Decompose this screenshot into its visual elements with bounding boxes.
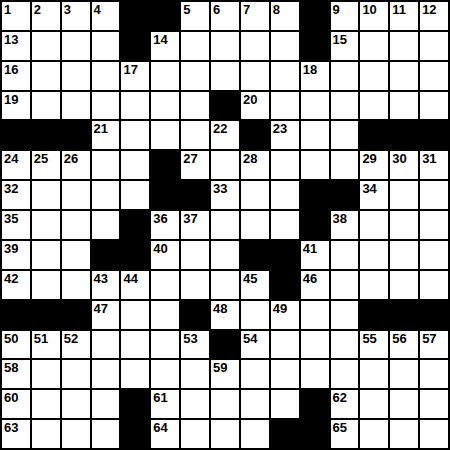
clue-number: 12 xyxy=(422,2,436,17)
cell-r2c13[interactable] xyxy=(390,62,418,90)
cell-r11c10[interactable] xyxy=(301,331,329,359)
cell-r3c14[interactable] xyxy=(420,92,448,120)
cell-r11c0[interactable]: 50 xyxy=(2,331,30,359)
cell-r0c7[interactable]: 6 xyxy=(211,2,239,30)
cell-r7c11[interactable]: 38 xyxy=(331,211,359,239)
block-cell-r8c4 xyxy=(121,241,149,269)
cell-r3c6[interactable] xyxy=(181,92,209,120)
cell-r3c3[interactable] xyxy=(92,92,120,120)
clue-number: 50 xyxy=(4,331,18,346)
cell-r8c2[interactable] xyxy=(62,241,90,269)
cell-r5c3[interactable] xyxy=(92,151,120,179)
block-cell-r8c3 xyxy=(92,241,120,269)
cell-r6c2[interactable] xyxy=(62,181,90,209)
clue-number: 57 xyxy=(422,331,436,346)
clue-number: 21 xyxy=(94,121,108,136)
block-cell-r4c12 xyxy=(360,121,388,149)
cell-r0c9[interactable]: 8 xyxy=(271,2,299,30)
cell-r9c10[interactable]: 46 xyxy=(301,271,329,299)
cell-r9c8[interactable]: 45 xyxy=(241,271,269,299)
cell-r6c0[interactable]: 32 xyxy=(2,181,30,209)
cell-r2c7[interactable] xyxy=(211,62,239,90)
cell-r5c9[interactable] xyxy=(271,151,299,179)
clue-number: 20 xyxy=(243,92,257,107)
cell-r0c1[interactable]: 2 xyxy=(32,2,60,30)
cell-r14c5[interactable]: 64 xyxy=(151,420,179,448)
cell-r5c6[interactable]: 27 xyxy=(181,151,209,179)
cell-r14c7[interactable] xyxy=(211,420,239,448)
cell-r12c1[interactable] xyxy=(32,360,60,388)
cell-r14c6[interactable] xyxy=(181,420,209,448)
cell-r13c9[interactable] xyxy=(271,390,299,418)
cell-r1c3[interactable] xyxy=(92,32,120,60)
cell-r1c5[interactable]: 14 xyxy=(151,32,179,60)
cell-r0c14[interactable]: 12 xyxy=(420,2,448,30)
block-cell-r6c6 xyxy=(181,181,209,209)
cell-r11c14[interactable]: 57 xyxy=(420,331,448,359)
cell-r7c7[interactable] xyxy=(211,211,239,239)
cell-r2c12[interactable] xyxy=(360,62,388,90)
clue-number: 22 xyxy=(213,121,227,136)
cell-r2c11[interactable] xyxy=(331,62,359,90)
cell-r9c2[interactable] xyxy=(62,271,90,299)
cell-r6c3[interactable] xyxy=(92,181,120,209)
block-cell-r0c5 xyxy=(151,2,179,30)
cell-r6c9[interactable] xyxy=(271,181,299,209)
block-cell-r6c11 xyxy=(331,181,359,209)
clue-number: 35 xyxy=(4,211,18,226)
cell-r8c10[interactable]: 41 xyxy=(301,241,329,269)
cell-r12c4[interactable] xyxy=(121,360,149,388)
clue-number: 54 xyxy=(243,331,257,346)
cell-r14c2[interactable] xyxy=(62,420,90,448)
cell-r11c9[interactable] xyxy=(271,331,299,359)
clue-number: 51 xyxy=(34,331,48,346)
clue-number: 47 xyxy=(94,301,108,316)
cell-r7c1[interactable] xyxy=(32,211,60,239)
cell-r13c12[interactable] xyxy=(360,390,388,418)
cell-r1c7[interactable] xyxy=(211,32,239,60)
cell-r13c7[interactable] xyxy=(211,390,239,418)
clue-number: 8 xyxy=(273,2,280,17)
cell-r0c13[interactable]: 11 xyxy=(390,2,418,30)
clue-number: 65 xyxy=(333,420,347,435)
clue-number: 33 xyxy=(213,181,227,196)
cell-r10c5[interactable] xyxy=(151,301,179,329)
clue-number: 9 xyxy=(333,2,340,17)
cell-r13c2[interactable] xyxy=(62,390,90,418)
cell-r2c14[interactable] xyxy=(420,62,448,90)
block-cell-r6c10 xyxy=(301,181,329,209)
cell-r5c14[interactable]: 31 xyxy=(420,151,448,179)
cell-r12c14[interactable] xyxy=(420,360,448,388)
clue-number: 38 xyxy=(333,211,347,226)
clue-number: 6 xyxy=(213,2,220,17)
cell-r0c11[interactable]: 9 xyxy=(331,2,359,30)
block-cell-r8c9 xyxy=(271,241,299,269)
cell-r5c10[interactable] xyxy=(301,151,329,179)
clue-number: 48 xyxy=(213,301,227,316)
cell-r11c1[interactable]: 51 xyxy=(32,331,60,359)
clue-number: 27 xyxy=(183,151,197,166)
block-cell-r4c1 xyxy=(32,121,60,149)
clue-number: 7 xyxy=(243,2,250,17)
block-cell-r7c4 xyxy=(121,211,149,239)
cell-r8c7[interactable] xyxy=(211,241,239,269)
cell-r0c12[interactable]: 10 xyxy=(360,2,388,30)
cell-r3c8[interactable]: 20 xyxy=(241,92,269,120)
block-cell-r10c1 xyxy=(32,301,60,329)
clue-number: 2 xyxy=(34,2,41,17)
block-cell-r1c10 xyxy=(301,32,329,60)
cell-r12c12[interactable] xyxy=(360,360,388,388)
cell-r12c7[interactable]: 59 xyxy=(211,360,239,388)
cell-r1c2[interactable] xyxy=(62,32,90,60)
cell-r11c12[interactable]: 55 xyxy=(360,331,388,359)
cell-r2c9[interactable] xyxy=(271,62,299,90)
cell-r8c1[interactable] xyxy=(32,241,60,269)
cell-r3c9[interactable] xyxy=(271,92,299,120)
cell-r1c8[interactable] xyxy=(241,32,269,60)
block-cell-r11c7 xyxy=(211,331,239,359)
cell-r2c4[interactable]: 17 xyxy=(121,62,149,90)
block-cell-r14c9 xyxy=(271,420,299,448)
cell-r9c6[interactable] xyxy=(181,271,209,299)
clue-number: 13 xyxy=(4,32,18,47)
cell-r14c11[interactable]: 65 xyxy=(331,420,359,448)
cell-r0c0[interactable]: 1 xyxy=(2,2,30,30)
cell-r14c8[interactable] xyxy=(241,420,269,448)
cell-r12c2[interactable] xyxy=(62,360,90,388)
cell-r12c11[interactable] xyxy=(331,360,359,388)
cell-r14c12[interactable] xyxy=(360,420,388,448)
cell-r5c13[interactable]: 30 xyxy=(390,151,418,179)
cell-r8c0[interactable]: 39 xyxy=(2,241,30,269)
block-cell-r13c4 xyxy=(121,390,149,418)
cell-r4c4[interactable] xyxy=(121,121,149,149)
cell-r8c14[interactable] xyxy=(420,241,448,269)
block-cell-r10c13 xyxy=(390,301,418,329)
clue-number: 63 xyxy=(4,420,18,435)
cell-r10c9[interactable]: 49 xyxy=(271,301,299,329)
clue-number: 26 xyxy=(64,151,78,166)
cell-r1c14[interactable] xyxy=(420,32,448,60)
block-cell-r4c0 xyxy=(2,121,30,149)
cell-r7c3[interactable] xyxy=(92,211,120,239)
cell-r1c1[interactable] xyxy=(32,32,60,60)
cell-r4c5[interactable] xyxy=(151,121,179,149)
cell-r3c10[interactable] xyxy=(301,92,329,120)
clue-number: 52 xyxy=(64,331,78,346)
cell-r11c8[interactable]: 54 xyxy=(241,331,269,359)
block-cell-r0c10 xyxy=(301,2,329,30)
clue-number: 30 xyxy=(392,151,406,166)
cell-r9c1[interactable] xyxy=(32,271,60,299)
cell-r1c11[interactable]: 15 xyxy=(331,32,359,60)
cell-r10c3[interactable]: 47 xyxy=(92,301,120,329)
cell-r2c8[interactable] xyxy=(241,62,269,90)
clue-number: 36 xyxy=(153,211,167,226)
clue-number: 43 xyxy=(94,271,108,286)
block-cell-r5c5 xyxy=(151,151,179,179)
cell-r4c10[interactable] xyxy=(301,121,329,149)
cell-r3c1[interactable] xyxy=(32,92,60,120)
cell-r0c8[interactable]: 7 xyxy=(241,2,269,30)
cell-r13c14[interactable] xyxy=(420,390,448,418)
clue-number: 42 xyxy=(4,271,18,286)
clue-number: 15 xyxy=(333,32,347,47)
cell-r9c3[interactable]: 43 xyxy=(92,271,120,299)
cell-r5c2[interactable]: 26 xyxy=(62,151,90,179)
cell-r4c3[interactable]: 21 xyxy=(92,121,120,149)
block-cell-r4c2 xyxy=(62,121,90,149)
cell-r13c11[interactable]: 62 xyxy=(331,390,359,418)
block-cell-r0c4 xyxy=(121,2,149,30)
clue-number: 53 xyxy=(183,331,197,346)
clue-number: 49 xyxy=(273,301,287,316)
clue-number: 14 xyxy=(153,32,167,47)
clue-number: 37 xyxy=(183,211,197,226)
block-cell-r14c10 xyxy=(301,420,329,448)
cell-r2c10[interactable]: 18 xyxy=(301,62,329,90)
cell-r4c7[interactable]: 22 xyxy=(211,121,239,149)
block-cell-r10c6 xyxy=(181,301,209,329)
cell-r10c11[interactable] xyxy=(331,301,359,329)
cell-r11c4[interactable] xyxy=(121,331,149,359)
cell-r12c13[interactable] xyxy=(390,360,418,388)
cell-r5c8[interactable]: 28 xyxy=(241,151,269,179)
cell-r12c3[interactable] xyxy=(92,360,120,388)
cell-r5c1[interactable]: 25 xyxy=(32,151,60,179)
block-cell-r3c7 xyxy=(211,92,239,120)
clue-number: 58 xyxy=(4,360,18,375)
cell-r9c13[interactable] xyxy=(390,271,418,299)
cell-r4c6[interactable] xyxy=(181,121,209,149)
cell-r7c5[interactable]: 36 xyxy=(151,211,179,239)
cell-r0c6[interactable]: 5 xyxy=(181,2,209,30)
clue-number: 28 xyxy=(243,151,257,166)
cell-r1c0[interactable]: 13 xyxy=(2,32,30,60)
cell-r10c4[interactable] xyxy=(121,301,149,329)
cell-r1c6[interactable] xyxy=(181,32,209,60)
cell-r14c1[interactable] xyxy=(32,420,60,448)
cell-r13c3[interactable] xyxy=(92,390,120,418)
cell-r12c6[interactable] xyxy=(181,360,209,388)
clue-number: 56 xyxy=(392,331,406,346)
cell-r7c2[interactable] xyxy=(62,211,90,239)
cell-r13c8[interactable] xyxy=(241,390,269,418)
cell-r2c0[interactable]: 16 xyxy=(2,62,30,90)
cell-r7c6[interactable]: 37 xyxy=(181,211,209,239)
cell-r3c13[interactable] xyxy=(390,92,418,120)
cell-r2c1[interactable] xyxy=(32,62,60,90)
clue-number: 64 xyxy=(153,420,167,435)
clue-number: 62 xyxy=(333,390,347,405)
cell-r3c11[interactable] xyxy=(331,92,359,120)
cell-r2c6[interactable] xyxy=(181,62,209,90)
cell-r8c5[interactable]: 40 xyxy=(151,241,179,269)
clue-number: 31 xyxy=(422,151,436,166)
cell-r11c6[interactable]: 53 xyxy=(181,331,209,359)
cell-r11c2[interactable]: 52 xyxy=(62,331,90,359)
cell-r10c7[interactable]: 48 xyxy=(211,301,239,329)
cell-r11c5[interactable] xyxy=(151,331,179,359)
cell-r5c0[interactable]: 24 xyxy=(2,151,30,179)
cell-r7c14[interactable] xyxy=(420,211,448,239)
cell-r3c4[interactable] xyxy=(121,92,149,120)
cell-r10c10[interactable] xyxy=(301,301,329,329)
cell-r5c12[interactable]: 29 xyxy=(360,151,388,179)
cell-r3c5[interactable] xyxy=(151,92,179,120)
cell-r3c0[interactable]: 19 xyxy=(2,92,30,120)
cell-r5c4[interactable] xyxy=(121,151,149,179)
block-cell-r10c14 xyxy=(420,301,448,329)
block-cell-r4c8 xyxy=(241,121,269,149)
cell-r0c2[interactable]: 3 xyxy=(62,2,90,30)
cell-r13c1[interactable] xyxy=(32,390,60,418)
clue-number: 59 xyxy=(213,360,227,375)
clue-number: 18 xyxy=(303,62,317,77)
clue-number: 17 xyxy=(123,62,137,77)
clue-number: 44 xyxy=(123,271,137,286)
cell-r6c13[interactable] xyxy=(390,181,418,209)
clue-number: 40 xyxy=(153,241,167,256)
clue-number: 32 xyxy=(4,181,18,196)
cell-r14c14[interactable] xyxy=(420,420,448,448)
cell-r9c12[interactable] xyxy=(360,271,388,299)
clue-number: 11 xyxy=(392,2,406,17)
cell-r3c2[interactable] xyxy=(62,92,90,120)
cell-r8c12[interactable] xyxy=(360,241,388,269)
cell-r11c13[interactable]: 56 xyxy=(390,331,418,359)
cell-r12c10[interactable] xyxy=(301,360,329,388)
cell-r5c7[interactable] xyxy=(211,151,239,179)
clue-number: 5 xyxy=(183,2,190,17)
block-cell-r9c9 xyxy=(271,271,299,299)
clue-number: 23 xyxy=(273,121,287,136)
clue-number: 24 xyxy=(4,151,18,166)
cell-r13c13[interactable] xyxy=(390,390,418,418)
cell-r1c13[interactable] xyxy=(390,32,418,60)
cell-r1c12[interactable] xyxy=(360,32,388,60)
cell-r6c7[interactable]: 33 xyxy=(211,181,239,209)
block-cell-r7c10 xyxy=(301,211,329,239)
clue-number: 46 xyxy=(303,271,317,286)
cell-r2c2[interactable] xyxy=(62,62,90,90)
cell-r6c14[interactable] xyxy=(420,181,448,209)
crossword-grid: 1234567891011121314151617181920212223242… xyxy=(0,0,450,450)
cell-r13c5[interactable]: 61 xyxy=(151,390,179,418)
cell-r6c8[interactable] xyxy=(241,181,269,209)
cell-r12c8[interactable] xyxy=(241,360,269,388)
clue-number: 29 xyxy=(362,151,376,166)
block-cell-r10c12 xyxy=(360,301,388,329)
cell-r11c3[interactable] xyxy=(92,331,120,359)
cell-r13c6[interactable] xyxy=(181,390,209,418)
clue-number: 3 xyxy=(64,2,71,17)
cell-r9c7[interactable] xyxy=(211,271,239,299)
clue-number: 55 xyxy=(362,331,376,346)
cell-r0c3[interactable]: 4 xyxy=(92,2,120,30)
cell-r1c9[interactable] xyxy=(271,32,299,60)
cell-r3c12[interactable] xyxy=(360,92,388,120)
cell-r10c8[interactable] xyxy=(241,301,269,329)
clue-number: 34 xyxy=(362,181,376,196)
clue-number: 61 xyxy=(153,390,167,405)
block-cell-r14c4 xyxy=(121,420,149,448)
cell-r6c4[interactable] xyxy=(121,181,149,209)
cell-r9c0[interactable]: 42 xyxy=(2,271,30,299)
cell-r11c11[interactable] xyxy=(331,331,359,359)
cell-r14c0[interactable]: 63 xyxy=(2,420,30,448)
cell-r14c3[interactable] xyxy=(92,420,120,448)
cell-r12c5[interactable] xyxy=(151,360,179,388)
clue-number: 4 xyxy=(94,2,101,17)
cell-r7c12[interactable] xyxy=(360,211,388,239)
cell-r14c13[interactable] xyxy=(390,420,418,448)
clue-number: 19 xyxy=(4,92,18,107)
block-cell-r4c14 xyxy=(420,121,448,149)
block-cell-r4c13 xyxy=(390,121,418,149)
clue-number: 45 xyxy=(243,271,257,286)
clue-number: 1 xyxy=(4,2,11,17)
cell-r13c0[interactable]: 60 xyxy=(2,390,30,418)
block-cell-r1c4 xyxy=(121,32,149,60)
cell-r2c3[interactable] xyxy=(92,62,120,90)
cell-r9c11[interactable] xyxy=(331,271,359,299)
cell-r4c9[interactable]: 23 xyxy=(271,121,299,149)
clue-number: 16 xyxy=(4,62,18,77)
clue-number: 60 xyxy=(4,390,18,405)
cell-r5c11[interactable] xyxy=(331,151,359,179)
block-cell-r10c0 xyxy=(2,301,30,329)
block-cell-r10c2 xyxy=(62,301,90,329)
block-cell-r6c5 xyxy=(151,181,179,209)
clue-number: 10 xyxy=(362,2,376,17)
cell-r6c12[interactable]: 34 xyxy=(360,181,388,209)
cell-r6c1[interactable] xyxy=(32,181,60,209)
cell-r12c9[interactable] xyxy=(271,360,299,388)
cell-r9c14[interactable] xyxy=(420,271,448,299)
cell-r7c9[interactable] xyxy=(271,211,299,239)
cell-r9c5[interactable] xyxy=(151,271,179,299)
cell-r8c6[interactable] xyxy=(181,241,209,269)
cell-r8c13[interactable] xyxy=(390,241,418,269)
clue-number: 25 xyxy=(34,151,48,166)
clue-number: 39 xyxy=(4,241,18,256)
block-cell-r13c10 xyxy=(301,390,329,418)
cell-r8c11[interactable] xyxy=(331,241,359,269)
block-cell-r8c8 xyxy=(241,241,269,269)
cell-r4c11[interactable] xyxy=(331,121,359,149)
cell-r7c0[interactable]: 35 xyxy=(2,211,30,239)
cell-r7c8[interactable] xyxy=(241,211,269,239)
cell-r9c4[interactable]: 44 xyxy=(121,271,149,299)
clue-number: 41 xyxy=(303,241,317,256)
cell-r7c13[interactable] xyxy=(390,211,418,239)
cell-r2c5[interactable] xyxy=(151,62,179,90)
cell-r12c0[interactable]: 58 xyxy=(2,360,30,388)
